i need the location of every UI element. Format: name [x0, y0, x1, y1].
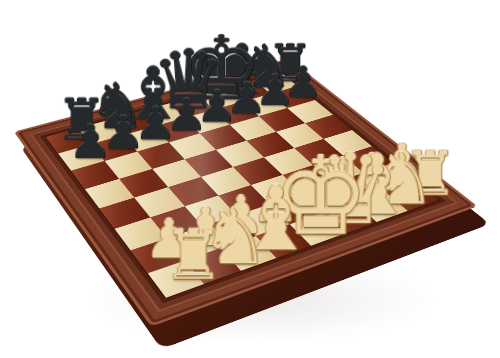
- piece-black-pawn[interactable]: ♟: [69, 118, 105, 165]
- piece-white-rook[interactable]: ♜: [163, 221, 206, 290]
- square-a1[interactable]: ♜: [148, 260, 204, 297]
- square-a6[interactable]: [71, 161, 119, 189]
- chess-set-render: ♜♞♝♛♚♝♞♜♟♟♟♟♟♟♟♟♟♟♟♟♟♟♟♟♜♞♝♚♛♝♞♜: [0, 0, 500, 358]
- chess-board: ♜♞♝♛♚♝♞♜♟♟♟♟♟♟♟♟♟♟♟♟♟♟♟♟♜♞♝♚♛♝♞♜: [14, 59, 478, 327]
- scene: ♜♞♝♛♚♝♞♜♟♟♟♟♟♟♟♟♟♟♟♟♟♟♟♟♜♞♝♚♛♝♞♜: [0, 0, 500, 358]
